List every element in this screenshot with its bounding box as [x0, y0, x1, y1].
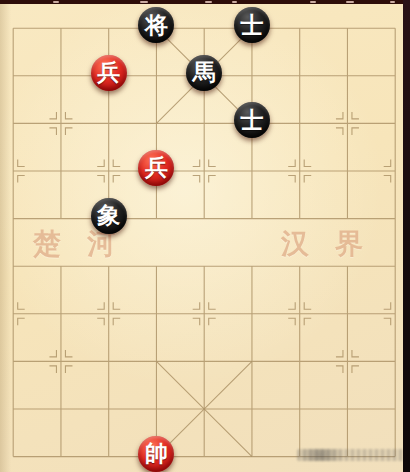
black-horse-glyph: 馬	[193, 61, 216, 84]
piece-black-horse[interactable]: 馬	[186, 55, 222, 91]
red-general-glyph: 帥	[145, 442, 168, 465]
top-strip-speck	[53, 1, 59, 3]
black-general-glyph: 将	[145, 14, 168, 37]
top-strip-speck	[346, 1, 354, 3]
black-elephant-glyph: 象	[97, 204, 120, 227]
top-strip-speck	[205, 1, 212, 3]
watermark	[297, 449, 404, 461]
xiangqi-board[interactable]: 将士兵馬士兵象帥	[0, 4, 410, 472]
piece-black-advisor-2[interactable]: 士	[234, 102, 270, 138]
right-edge-dark-strip	[403, 0, 410, 472]
piece-black-general[interactable]: 将	[138, 7, 174, 43]
piece-red-soldier-1[interactable]: 兵	[91, 55, 127, 91]
piece-black-advisor-1[interactable]: 士	[234, 7, 270, 43]
piece-red-general[interactable]: 帥	[138, 436, 174, 472]
top-strip-speck	[390, 1, 395, 3]
top-strip-speck	[140, 1, 148, 3]
piece-black-elephant[interactable]: 象	[91, 198, 127, 234]
top-cropped-ui-strip	[0, 0, 410, 4]
top-strip-speck	[232, 1, 237, 3]
red-soldier-2-glyph: 兵	[145, 156, 168, 179]
red-soldier-1-glyph: 兵	[97, 61, 120, 84]
black-advisor-1-glyph: 士	[240, 14, 263, 37]
xiangqi-board-screenshot: 楚河 汉界 将士兵馬士兵象帥	[0, 0, 410, 472]
piece-red-soldier-2[interactable]: 兵	[138, 150, 174, 186]
black-advisor-2-glyph: 士	[240, 109, 263, 132]
top-strip-speck	[310, 1, 316, 3]
